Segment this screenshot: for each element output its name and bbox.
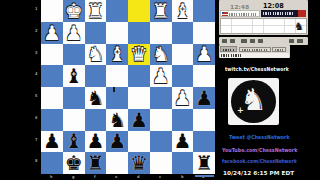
rank-label: 1 [35, 7, 38, 11]
rank-label: 3 [35, 51, 38, 55]
square-b6[interactable] [172, 109, 194, 131]
chessnetwork-logo: ♞ + [228, 78, 279, 126]
piece-black-rook[interactable]: ♜ [86, 153, 104, 173]
square-d8[interactable]: ♛ [128, 152, 150, 174]
rank-label: 4 [35, 72, 38, 76]
right-player-name [263, 12, 293, 15]
left-player-name [229, 13, 256, 16]
square-d4[interactable] [128, 65, 150, 87]
square-h1[interactable] [41, 0, 63, 22]
move-list-grid[interactable]: ♞ [220, 18, 307, 34]
square-b2[interactable] [172, 22, 194, 44]
clock-left: 12:48 [230, 3, 249, 10]
piece-white-queen[interactable]: ♛ [130, 44, 148, 64]
piece-white-rook[interactable]: ♜ [86, 1, 104, 21]
logo-cross-icon: + [237, 105, 244, 115]
square-d2[interactable] [128, 22, 150, 44]
piece-white-king[interactable]: ♚ [65, 1, 83, 21]
square-h4[interactable] [41, 65, 63, 87]
piece-black-bishop[interactable]: ♝ [65, 131, 83, 151]
square-e5[interactable] [106, 87, 128, 109]
square-f1[interactable]: ♜ [85, 0, 107, 22]
rank-label: 6 [35, 116, 38, 120]
file-label: h [50, 175, 53, 179]
piece-white-pawn[interactable]: ♟ [195, 44, 213, 64]
square-g3[interactable] [63, 44, 85, 66]
square-c4[interactable]: ♟ [150, 65, 172, 87]
piece-white-pawn[interactable]: ♟ [152, 66, 170, 86]
square-f6[interactable] [85, 109, 107, 131]
square-e6[interactable]: ♞ [106, 109, 128, 131]
square-d5[interactable] [128, 87, 150, 109]
square-g2[interactable]: ♟ [63, 22, 85, 44]
toolbar-icon[interactable] [230, 39, 235, 43]
rank-label: 2 [35, 29, 38, 33]
square-a3[interactable]: ♟ [193, 44, 215, 66]
tab-panel [219, 45, 291, 58]
square-f2[interactable] [85, 22, 107, 44]
piece-black-pawn[interactable]: ♟ [130, 110, 148, 130]
mouse-cursor [113, 87, 115, 92]
right-player-name-bar [261, 10, 307, 18]
square-h2[interactable]: ♟ [41, 22, 63, 44]
piece-black-pawn[interactable]: ♟ [173, 131, 191, 151]
square-b1[interactable]: ♝ [172, 0, 194, 22]
square-e4[interactable] [106, 65, 128, 87]
square-h6[interactable] [41, 109, 63, 131]
square-a1[interactable] [193, 0, 215, 22]
piece-black-knight[interactable]: ♞ [108, 110, 126, 130]
piece-white-bishop[interactable]: ♝ [173, 1, 191, 21]
piece-black-bishop[interactable]: ♝ [65, 66, 83, 86]
square-d6[interactable]: ♟ [128, 109, 150, 131]
square-f3[interactable]: ♞ [85, 44, 107, 66]
file-label: f [94, 175, 96, 179]
file-label: d [137, 175, 140, 179]
toolbar-icon[interactable] [297, 39, 303, 43]
square-g7[interactable]: ♝ [63, 131, 85, 153]
square-c2[interactable] [150, 22, 172, 44]
square-h3[interactable] [41, 44, 63, 66]
red-flag-icon [298, 10, 307, 18]
logo-knight-icon: ♞ [240, 85, 267, 115]
square-e8[interactable] [106, 152, 128, 174]
toolbar-icon[interactable] [289, 39, 294, 43]
file-label: b [181, 175, 184, 179]
file-label: e [115, 175, 117, 179]
piece-white-pawn[interactable]: ♟ [65, 23, 83, 43]
left-player-name-bar [220, 10, 260, 18]
square-a7[interactable] [193, 131, 215, 153]
square-c7[interactable] [150, 131, 172, 153]
square-a4[interactable] [193, 65, 215, 87]
piece-white-bishop[interactable]: ♝ [108, 44, 126, 64]
stream-frame: ♚♜♜♝♟♟♞♝♛♞♟♝♟♞♟♟♞♟♟♝♟♟♟♚♜♛♜ 12345678 hgf… [0, 0, 320, 180]
date-text: 10/24/12 6:15 PM EDT [223, 169, 294, 176]
piece-black-rook[interactable]: ♜ [195, 153, 213, 173]
toolbar-icon[interactable] [258, 39, 263, 43]
toolbar-icon[interactable] [250, 39, 255, 43]
square-b4[interactable] [172, 65, 194, 87]
rank-label: 8 [35, 159, 38, 163]
piece-white-rook[interactable]: ♜ [152, 1, 170, 21]
square-f8[interactable]: ♜ [85, 152, 107, 174]
piece-black-king[interactable]: ♚ [65, 153, 83, 173]
square-d1[interactable] [128, 0, 150, 22]
square-b8[interactable] [172, 152, 194, 174]
square-e2[interactable] [106, 22, 128, 44]
twitch-url-text: twitch.tv/ChessNetwork [225, 67, 289, 72]
square-g5[interactable] [63, 87, 85, 109]
square-g4[interactable]: ♝ [63, 65, 85, 87]
file-label: g [72, 175, 75, 179]
toolbar [219, 37, 308, 45]
square-c8[interactable] [150, 152, 172, 174]
piece-black-queen[interactable]: ♛ [130, 153, 148, 173]
piece-black-knight[interactable]: ♞ [86, 88, 104, 108]
tab[interactable] [272, 47, 286, 53]
facebook-link-text: facebook.com/ChessNetwork [222, 158, 297, 164]
clock-right: 12:08 [263, 2, 284, 10]
rank-label: 5 [35, 94, 38, 98]
square-e3[interactable]: ♝ [106, 44, 128, 66]
square-e7[interactable]: ♟ [106, 131, 128, 153]
square-f7[interactable]: ♟ [85, 131, 107, 153]
square-g6[interactable] [63, 109, 85, 131]
us-flag-icon [222, 12, 228, 17]
board-edge-sliver [195, 175, 214, 177]
square-c3[interactable]: ♞ [150, 44, 172, 66]
toolbar-icon[interactable] [222, 39, 227, 43]
piece-white-knight[interactable]: ♞ [152, 44, 170, 64]
tab-active[interactable] [220, 46, 237, 52]
file-label: c [159, 175, 161, 179]
square-b5[interactable]: ♟ [172, 87, 194, 109]
piece-white-knight[interactable]: ♞ [86, 44, 104, 64]
clock-panel: 12:48 12:08 ♞ [219, 0, 308, 35]
knight-icon: ♞ [294, 21, 304, 32]
square-f4[interactable] [85, 65, 107, 87]
tweet-link-text: Tweet @ChessNetwork [229, 134, 290, 140]
piece-black-pawn[interactable]: ♟ [108, 131, 126, 151]
chess-board[interactable]: ♚♜♜♝♟♟♞♝♛♞♟♝♟♞♟♟♞♟♟♝♟♟♟♚♜♛♜ [41, 0, 215, 174]
square-d7[interactable] [128, 131, 150, 153]
rank-label: 7 [35, 138, 38, 142]
square-g8[interactable]: ♚ [63, 152, 85, 174]
logo-circle: ♞ [231, 80, 276, 123]
toolbar-icon[interactable] [241, 39, 247, 43]
square-h7[interactable]: ♟ [41, 131, 63, 153]
square-a2[interactable] [193, 22, 215, 44]
square-g1[interactable]: ♚ [63, 0, 85, 22]
piece-black-pawn[interactable]: ♟ [43, 131, 61, 151]
square-c6[interactable] [150, 109, 172, 131]
tab[interactable] [239, 47, 271, 53]
square-h8[interactable] [41, 152, 63, 174]
piece-white-pawn[interactable]: ♟ [43, 23, 61, 43]
piece-black-pawn[interactable]: ♟ [195, 88, 213, 108]
square-h5[interactable] [41, 87, 63, 109]
square-f5[interactable]: ♞ [85, 87, 107, 109]
square-a8[interactable]: ♜ [193, 152, 215, 174]
piece-white-pawn[interactable]: ♟ [173, 88, 191, 108]
square-b3[interactable] [172, 44, 194, 66]
square-b7[interactable]: ♟ [172, 131, 194, 153]
square-c1[interactable]: ♜ [150, 0, 172, 22]
square-e1[interactable] [106, 0, 128, 22]
square-d3[interactable]: ♛ [128, 44, 150, 66]
piece-black-pawn[interactable]: ♟ [86, 131, 104, 151]
square-c5[interactable] [150, 87, 172, 109]
tab-content-strip [220, 53, 290, 58]
square-a6[interactable] [193, 109, 215, 131]
square-a5[interactable]: ♟ [193, 87, 215, 109]
youtube-link-text: YouTube.com/ChessNetwork [222, 147, 297, 153]
